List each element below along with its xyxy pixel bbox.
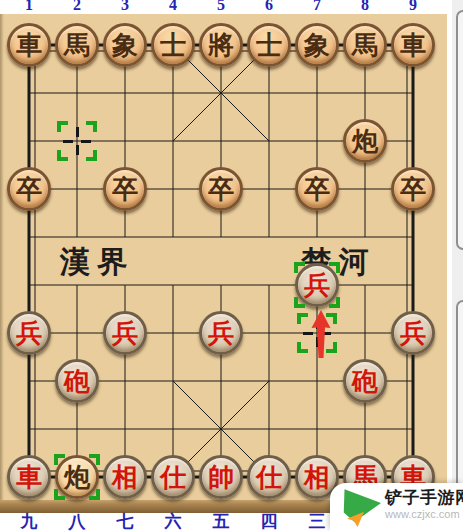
piece-red-相[interactable]: 相 xyxy=(103,455,147,499)
file-label-bottom-6: 四 xyxy=(253,510,285,531)
file-label-top-7: 7 xyxy=(301,0,333,14)
file-label-top-4: 4 xyxy=(157,0,189,14)
piece-black-士[interactable]: 士 xyxy=(151,23,195,67)
file-label-top-8: 8 xyxy=(349,0,381,14)
xiangqi-board[interactable]: 漢 界 楚 河 車馬象士將士象馬車炮卒卒卒卒卒兵兵兵兵兵砲砲車炮相仕帥仕相馬車 xyxy=(0,14,452,513)
watermark-logo-icon xyxy=(343,488,381,526)
piece-red-砲[interactable]: 砲 xyxy=(55,359,99,403)
piece-black-士[interactable]: 士 xyxy=(247,23,291,67)
piece-black-卒[interactable]: 卒 xyxy=(295,167,339,211)
piece-black-將[interactable]: 將 xyxy=(199,23,243,67)
file-label-bottom-5: 五 xyxy=(205,510,237,531)
piece-black-馬[interactable]: 馬 xyxy=(343,23,387,67)
piece-black-車[interactable]: 車 xyxy=(7,23,51,67)
piece-red-兵[interactable]: 兵 xyxy=(103,311,147,355)
piece-red-仕[interactable]: 仕 xyxy=(247,455,291,499)
river-label-left: 漢 界 xyxy=(60,246,128,278)
file-label-bottom-2: 八 xyxy=(61,510,93,531)
file-label-top-5: 5 xyxy=(205,0,237,14)
piece-black-卒[interactable]: 卒 xyxy=(391,167,435,211)
piece-black-卒[interactable]: 卒 xyxy=(103,167,147,211)
piece-red-仕[interactable]: 仕 xyxy=(151,455,195,499)
piece-red-兵[interactable]: 兵 xyxy=(295,263,339,307)
file-label-bottom-1: 九 xyxy=(13,510,45,531)
file-label-top-1: 1 xyxy=(13,0,45,14)
piece-black-炮[interactable]: 炮 xyxy=(343,119,387,163)
piece-red-兵[interactable]: 兵 xyxy=(391,311,435,355)
piece-red-兵[interactable]: 兵 xyxy=(7,311,51,355)
piece-black-炮[interactable]: 炮 xyxy=(55,455,99,499)
shovel-icon xyxy=(343,488,381,522)
piece-red-兵[interactable]: 兵 xyxy=(199,311,243,355)
piece-black-卒[interactable]: 卒 xyxy=(7,167,51,211)
file-label-top-6: 6 xyxy=(253,0,285,14)
watermark-site-url: www.czjxc.com xyxy=(385,508,463,521)
file-label-top-9: 9 xyxy=(397,0,429,14)
piece-red-砲[interactable]: 砲 xyxy=(343,359,387,403)
file-label-top-3: 3 xyxy=(109,0,141,14)
piece-black-馬[interactable]: 馬 xyxy=(55,23,99,67)
file-label-bottom-4: 六 xyxy=(157,510,189,531)
watermark: 铲子手游网 www.czjxc.com xyxy=(330,483,463,531)
file-label-bottom-3: 七 xyxy=(109,510,141,531)
file-label-bottom-7: 三 xyxy=(301,510,333,531)
piece-black-象[interactable]: 象 xyxy=(103,23,147,67)
file-label-top-2: 2 xyxy=(61,0,93,14)
piece-black-車[interactable]: 車 xyxy=(391,23,435,67)
side-panel-fragment xyxy=(456,10,463,250)
piece-black-卒[interactable]: 卒 xyxy=(199,167,243,211)
piece-red-帥[interactable]: 帥 xyxy=(199,455,243,499)
watermark-site-name: 铲子手游网 xyxy=(385,488,463,508)
piece-black-象[interactable]: 象 xyxy=(295,23,339,67)
piece-red-車[interactable]: 車 xyxy=(7,455,51,499)
